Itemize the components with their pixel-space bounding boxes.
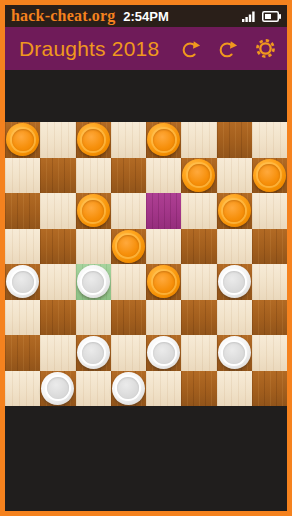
board-square[interactable] bbox=[217, 264, 252, 300]
board-square[interactable] bbox=[217, 158, 252, 194]
undo-button[interactable] bbox=[179, 37, 203, 61]
board-square[interactable] bbox=[217, 335, 252, 371]
app-header: Draughts 2018 bbox=[5, 27, 287, 70]
top-spacer bbox=[5, 70, 287, 122]
board-square[interactable] bbox=[111, 158, 146, 194]
board-square[interactable] bbox=[217, 193, 252, 229]
orange-piece[interactable] bbox=[6, 123, 39, 156]
page-title: Draughts 2018 bbox=[19, 37, 159, 61]
board-square[interactable] bbox=[76, 193, 111, 229]
redo-button[interactable] bbox=[216, 37, 240, 61]
board-square[interactable] bbox=[252, 193, 287, 229]
board-square[interactable] bbox=[146, 264, 181, 300]
white-piece[interactable] bbox=[218, 265, 251, 298]
board-square[interactable] bbox=[181, 193, 216, 229]
board-square[interactable] bbox=[76, 158, 111, 194]
board-square[interactable] bbox=[146, 229, 181, 265]
board-square[interactable] bbox=[111, 122, 146, 158]
white-piece[interactable] bbox=[218, 336, 251, 369]
board-square[interactable] bbox=[5, 264, 40, 300]
piece-inner-ring bbox=[12, 271, 34, 293]
board-square[interactable] bbox=[40, 193, 75, 229]
signal-icon bbox=[242, 10, 257, 22]
white-piece[interactable] bbox=[77, 265, 110, 298]
white-piece[interactable] bbox=[6, 265, 39, 298]
piece-inner-ring bbox=[47, 377, 69, 399]
status-bar: hack-cheat.org 2:54PM bbox=[5, 5, 287, 27]
orange-piece[interactable] bbox=[253, 159, 286, 192]
piece-inner-ring bbox=[82, 200, 104, 222]
board-square[interactable] bbox=[76, 300, 111, 336]
board-square[interactable] bbox=[5, 300, 40, 336]
board-square[interactable] bbox=[76, 229, 111, 265]
piece-inner-ring bbox=[82, 129, 104, 151]
board-square[interactable] bbox=[217, 371, 252, 407]
white-piece[interactable] bbox=[147, 336, 180, 369]
orange-piece[interactable] bbox=[182, 159, 215, 192]
piece-inner-ring bbox=[117, 235, 139, 257]
orange-piece[interactable] bbox=[147, 265, 180, 298]
piece-inner-ring bbox=[82, 342, 104, 364]
board-square[interactable] bbox=[5, 193, 40, 229]
bottom-spacer bbox=[5, 406, 287, 511]
board-square[interactable] bbox=[181, 371, 216, 407]
board-square[interactable] bbox=[252, 229, 287, 265]
board-square[interactable] bbox=[252, 371, 287, 407]
white-piece[interactable] bbox=[112, 372, 145, 405]
redo-icon bbox=[217, 38, 239, 60]
white-piece[interactable] bbox=[41, 372, 74, 405]
orange-piece[interactable] bbox=[147, 123, 180, 156]
status-icons bbox=[242, 10, 281, 22]
board-square[interactable] bbox=[181, 264, 216, 300]
board-square[interactable] bbox=[146, 122, 181, 158]
board-square[interactable] bbox=[76, 335, 111, 371]
orange-piece[interactable] bbox=[218, 194, 251, 227]
board-square[interactable] bbox=[252, 264, 287, 300]
board-square[interactable] bbox=[217, 122, 252, 158]
piece-inner-ring bbox=[117, 377, 139, 399]
piece-inner-ring bbox=[12, 129, 34, 151]
white-piece[interactable] bbox=[77, 336, 110, 369]
board-square[interactable] bbox=[181, 335, 216, 371]
board-square[interactable] bbox=[5, 335, 40, 371]
board-square[interactable] bbox=[217, 229, 252, 265]
piece-inner-ring bbox=[258, 164, 280, 186]
board-square[interactable] bbox=[40, 371, 75, 407]
piece-inner-ring bbox=[153, 271, 175, 293]
piece-inner-ring bbox=[188, 164, 210, 186]
board-square[interactable] bbox=[146, 371, 181, 407]
draughts-board bbox=[5, 122, 287, 406]
board-square[interactable] bbox=[252, 122, 287, 158]
board-square[interactable] bbox=[252, 158, 287, 194]
board-square[interactable] bbox=[40, 229, 75, 265]
piece-inner-ring bbox=[223, 200, 245, 222]
battery-icon bbox=[262, 11, 281, 22]
piece-inner-ring bbox=[223, 271, 245, 293]
board-square[interactable] bbox=[40, 122, 75, 158]
orange-piece[interactable] bbox=[77, 123, 110, 156]
board-square[interactable] bbox=[146, 158, 181, 194]
orange-piece[interactable] bbox=[112, 230, 145, 263]
board-square[interactable] bbox=[111, 264, 146, 300]
board-square[interactable] bbox=[5, 371, 40, 407]
board-square[interactable] bbox=[40, 300, 75, 336]
board-square[interactable] bbox=[76, 264, 111, 300]
board-square[interactable] bbox=[111, 193, 146, 229]
board-square[interactable] bbox=[5, 229, 40, 265]
board-square[interactable] bbox=[181, 229, 216, 265]
board-square[interactable] bbox=[181, 300, 216, 336]
piece-inner-ring bbox=[82, 271, 104, 293]
piece-inner-ring bbox=[153, 129, 175, 151]
settings-button[interactable] bbox=[253, 37, 277, 61]
board-square[interactable] bbox=[40, 158, 75, 194]
board-square[interactable] bbox=[181, 122, 216, 158]
board-square[interactable] bbox=[111, 229, 146, 265]
board-square[interactable] bbox=[5, 122, 40, 158]
board-square[interactable] bbox=[111, 335, 146, 371]
piece-inner-ring bbox=[223, 342, 245, 364]
orange-piece[interactable] bbox=[77, 194, 110, 227]
undo-icon bbox=[180, 38, 202, 60]
gear-icon bbox=[254, 37, 277, 60]
app-window: hack-cheat.org 2:54PM Draughts 2018 bbox=[5, 5, 287, 511]
board-square[interactable] bbox=[76, 122, 111, 158]
board-square[interactable] bbox=[40, 264, 75, 300]
board-square[interactable] bbox=[111, 371, 146, 407]
board-square[interactable] bbox=[146, 193, 181, 229]
board-square[interactable] bbox=[252, 335, 287, 371]
board-square[interactable] bbox=[181, 158, 216, 194]
header-actions bbox=[179, 37, 277, 61]
board-square[interactable] bbox=[5, 158, 40, 194]
board-square[interactable] bbox=[252, 300, 287, 336]
board-square[interactable] bbox=[146, 300, 181, 336]
board-square[interactable] bbox=[146, 335, 181, 371]
board-square[interactable] bbox=[217, 300, 252, 336]
board-square[interactable] bbox=[111, 300, 146, 336]
board-square[interactable] bbox=[40, 335, 75, 371]
board-square[interactable] bbox=[76, 371, 111, 407]
piece-inner-ring bbox=[153, 342, 175, 364]
